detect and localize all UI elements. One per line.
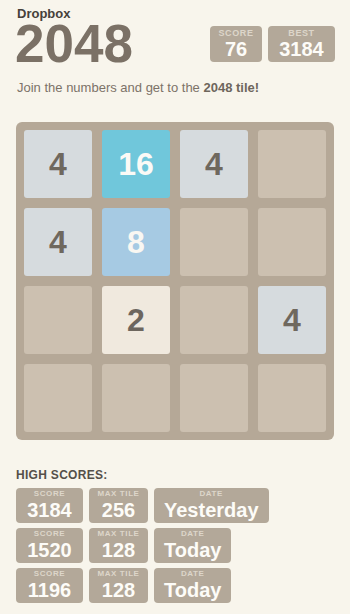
board-grid[interactable]: 4 16 4 4 8 2 4 bbox=[16, 122, 334, 440]
high-score-value: 3184 bbox=[27, 499, 72, 521]
board-cell bbox=[180, 286, 248, 354]
board-cell: 4 bbox=[24, 208, 92, 276]
board-cell: 8 bbox=[102, 208, 170, 276]
game-title: 2048 bbox=[15, 17, 133, 70]
board-cell bbox=[180, 208, 248, 276]
board-cell bbox=[258, 364, 326, 432]
max-tile-value: 128 bbox=[102, 539, 135, 561]
column-label-score: SCORE bbox=[34, 489, 65, 499]
subtitle-text: Join the numbers and get to the bbox=[17, 80, 203, 95]
high-score-row: SCORE 1520 MAX TILE 128 DATE Today bbox=[16, 528, 269, 563]
high-score-row: SCORE 1196 MAX TILE 128 DATE Today bbox=[16, 568, 269, 603]
score-badge: SCORE 76 bbox=[210, 26, 262, 62]
date-value: Today bbox=[164, 579, 221, 601]
high-score-score-badge: SCORE 3184 bbox=[16, 488, 83, 523]
board-cell: 16 bbox=[102, 130, 170, 198]
subtitle: Join the numbers and get to the 2048 til… bbox=[17, 80, 259, 95]
max-tile-value: 128 bbox=[102, 579, 135, 601]
high-score-date-badge: DATE Yesterday bbox=[154, 488, 269, 523]
score-label: SCORE bbox=[218, 28, 253, 39]
board-cell bbox=[258, 208, 326, 276]
score-panel: SCORE 76 BEST 3184 bbox=[210, 26, 335, 62]
high-score-maxtile-badge: MAX TILE 128 bbox=[89, 568, 148, 603]
best-badge: BEST 3184 bbox=[268, 26, 335, 62]
board-cell bbox=[24, 286, 92, 354]
high-score-maxtile-badge: MAX TILE 256 bbox=[89, 488, 148, 523]
high-score-value: 1520 bbox=[27, 539, 72, 561]
high-score-value: 1196 bbox=[28, 579, 71, 601]
high-score-date-badge: DATE Today bbox=[154, 568, 231, 603]
high-scores-heading: HIGH SCORES: bbox=[16, 468, 108, 482]
column-label-date: DATE bbox=[181, 569, 205, 579]
board-cell bbox=[180, 364, 248, 432]
subtitle-goal: 2048 tile! bbox=[203, 80, 259, 95]
high-score-row: SCORE 3184 MAX TILE 256 DATE Yesterday bbox=[16, 488, 269, 523]
max-tile-value: 256 bbox=[102, 499, 135, 521]
page: Dropbox 2048 SCORE 76 BEST 3184 Join the… bbox=[0, 0, 350, 614]
column-label-maxtile: MAX TILE bbox=[97, 569, 139, 579]
score-value: 76 bbox=[225, 39, 247, 60]
column-label-date: DATE bbox=[199, 489, 223, 499]
date-value: Yesterday bbox=[164, 499, 259, 521]
column-label-score: SCORE bbox=[34, 569, 65, 579]
board-cell: 4 bbox=[24, 130, 92, 198]
board-cell: 4 bbox=[180, 130, 248, 198]
best-label: BEST bbox=[288, 28, 314, 39]
high-score-maxtile-badge: MAX TILE 128 bbox=[89, 528, 148, 563]
date-value: Today bbox=[164, 539, 221, 561]
board-cell bbox=[258, 130, 326, 198]
board-cell: 2 bbox=[102, 286, 170, 354]
high-score-score-badge: SCORE 1520 bbox=[16, 528, 83, 563]
column-label-score: SCORE bbox=[34, 529, 65, 539]
best-value: 3184 bbox=[279, 39, 324, 60]
high-scores-table: SCORE 3184 MAX TILE 256 DATE Yesterday S… bbox=[16, 488, 269, 603]
column-label-maxtile: MAX TILE bbox=[97, 489, 139, 499]
board-cell bbox=[102, 364, 170, 432]
column-label-maxtile: MAX TILE bbox=[97, 529, 139, 539]
column-label-date: DATE bbox=[181, 529, 205, 539]
board-cell: 4 bbox=[258, 286, 326, 354]
high-score-score-badge: SCORE 1196 bbox=[16, 568, 83, 603]
high-score-date-badge: DATE Today bbox=[154, 528, 231, 563]
board-cell bbox=[24, 364, 92, 432]
